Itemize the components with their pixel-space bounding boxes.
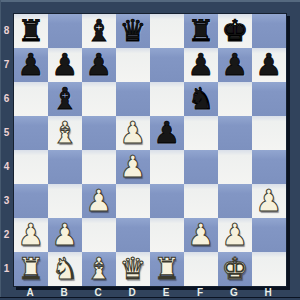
piece-white-queen[interactable]: ♛ — [120, 254, 147, 284]
piece-black-rook[interactable]: ♜ — [188, 16, 215, 46]
square-f1[interactable] — [184, 252, 218, 286]
square-g6[interactable] — [218, 82, 252, 116]
square-c1[interactable]: ♝ — [82, 252, 116, 286]
square-g5[interactable] — [218, 116, 252, 150]
square-a7[interactable]: ♟ — [14, 48, 48, 82]
piece-white-pawn[interactable]: ♟ — [120, 152, 147, 182]
square-e6[interactable] — [150, 82, 184, 116]
square-g2[interactable]: ♟ — [218, 218, 252, 252]
square-a1[interactable]: ♜ — [14, 252, 48, 286]
square-c8[interactable]: ♝ — [82, 14, 116, 48]
piece-white-pawn[interactable]: ♟ — [120, 118, 147, 148]
piece-black-pawn[interactable]: ♟ — [154, 118, 181, 148]
piece-black-pawn[interactable]: ♟ — [222, 50, 249, 80]
piece-white-bishop[interactable]: ♝ — [86, 254, 113, 284]
square-h3[interactable]: ♟ — [252, 184, 286, 218]
square-e7[interactable] — [150, 48, 184, 82]
square-h1[interactable] — [252, 252, 286, 286]
file-label-b: B — [47, 287, 81, 297]
square-h8[interactable] — [252, 14, 286, 48]
piece-white-pawn[interactable]: ♟ — [256, 186, 283, 216]
square-b4[interactable] — [48, 150, 82, 184]
square-b8[interactable] — [48, 14, 82, 48]
rank-label-2: 2 — [0, 217, 13, 251]
file-label-e: E — [149, 287, 183, 297]
square-d8[interactable]: ♛ — [116, 14, 150, 48]
square-g3[interactable] — [218, 184, 252, 218]
square-h7[interactable]: ♟ — [252, 48, 286, 82]
rank-label-8: 8 — [0, 13, 13, 47]
square-d2[interactable] — [116, 218, 150, 252]
piece-black-queen[interactable]: ♛ — [120, 16, 147, 46]
square-e8[interactable] — [150, 14, 184, 48]
window-top-highlight — [0, 0, 300, 2]
square-b7[interactable]: ♟ — [48, 48, 82, 82]
square-d1[interactable]: ♛ — [116, 252, 150, 286]
square-e5[interactable]: ♟ — [150, 116, 184, 150]
square-g1[interactable]: ♚ — [218, 252, 252, 286]
square-f5[interactable] — [184, 116, 218, 150]
square-f6[interactable]: ♞ — [184, 82, 218, 116]
square-f4[interactable] — [184, 150, 218, 184]
square-a2[interactable]: ♟ — [14, 218, 48, 252]
file-label-c: C — [81, 287, 115, 297]
piece-white-pawn[interactable]: ♟ — [86, 186, 113, 216]
rank-label-5: 5 — [0, 115, 13, 149]
square-h6[interactable] — [252, 82, 286, 116]
square-b3[interactable] — [48, 184, 82, 218]
chess-board-widget: ♜♝♛♜♚♟♟♟♟♟♟♝♞♝♟♟♟♟♟♟♟♟♟♜♞♝♛♜♚ 87654321 A… — [0, 0, 300, 300]
piece-black-king[interactable]: ♚ — [222, 16, 249, 46]
square-a4[interactable] — [14, 150, 48, 184]
square-d4[interactable]: ♟ — [116, 150, 150, 184]
square-a6[interactable] — [14, 82, 48, 116]
square-g4[interactable] — [218, 150, 252, 184]
piece-white-rook[interactable]: ♜ — [18, 254, 45, 284]
piece-black-pawn[interactable]: ♟ — [18, 50, 45, 80]
piece-black-pawn[interactable]: ♟ — [86, 50, 113, 80]
rank-label-1: 1 — [0, 251, 13, 285]
square-c4[interactable] — [82, 150, 116, 184]
square-h5[interactable] — [252, 116, 286, 150]
piece-black-pawn[interactable]: ♟ — [188, 50, 215, 80]
square-f2[interactable]: ♟ — [184, 218, 218, 252]
square-g7[interactable]: ♟ — [218, 48, 252, 82]
square-a8[interactable]: ♜ — [14, 14, 48, 48]
piece-black-pawn[interactable]: ♟ — [256, 50, 283, 80]
square-a5[interactable] — [14, 116, 48, 150]
square-c3[interactable]: ♟ — [82, 184, 116, 218]
file-label-g: G — [217, 287, 251, 297]
square-d5[interactable]: ♟ — [116, 116, 150, 150]
square-c2[interactable] — [82, 218, 116, 252]
rank-label-3: 3 — [0, 183, 13, 217]
square-h2[interactable] — [252, 218, 286, 252]
square-b5[interactable]: ♝ — [48, 116, 82, 150]
square-f3[interactable] — [184, 184, 218, 218]
piece-white-pawn[interactable]: ♟ — [188, 220, 215, 250]
rank-label-7: 7 — [0, 47, 13, 81]
piece-black-rook[interactable]: ♜ — [18, 16, 45, 46]
square-d7[interactable] — [116, 48, 150, 82]
square-e3[interactable] — [150, 184, 184, 218]
piece-white-king[interactable]: ♚ — [222, 254, 249, 284]
square-a3[interactable] — [14, 184, 48, 218]
file-label-h: H — [251, 287, 285, 297]
piece-black-pawn[interactable]: ♟ — [52, 50, 79, 80]
square-c5[interactable] — [82, 116, 116, 150]
file-label-f: F — [183, 287, 217, 297]
piece-white-rook[interactable]: ♜ — [154, 254, 181, 284]
square-e1[interactable]: ♜ — [150, 252, 184, 286]
square-f8[interactable]: ♜ — [184, 14, 218, 48]
piece-black-knight[interactable]: ♞ — [188, 84, 215, 114]
board: ♜♝♛♜♚♟♟♟♟♟♟♝♞♝♟♟♟♟♟♟♟♟♟♜♞♝♛♜♚ — [13, 13, 287, 287]
piece-black-bishop[interactable]: ♝ — [52, 84, 79, 114]
square-e2[interactable] — [150, 218, 184, 252]
piece-white-knight[interactable]: ♞ — [52, 254, 79, 284]
file-label-a: A — [13, 287, 47, 297]
file-label-d: D — [115, 287, 149, 297]
square-f7[interactable]: ♟ — [184, 48, 218, 82]
square-b6[interactable]: ♝ — [48, 82, 82, 116]
square-g8[interactable]: ♚ — [218, 14, 252, 48]
square-h4[interactable] — [252, 150, 286, 184]
square-c7[interactable]: ♟ — [82, 48, 116, 82]
piece-white-bishop[interactable]: ♝ — [52, 118, 79, 148]
piece-white-pawn[interactable]: ♟ — [18, 220, 45, 250]
square-b1[interactable]: ♞ — [48, 252, 82, 286]
square-d6[interactable] — [116, 82, 150, 116]
piece-white-pawn[interactable]: ♟ — [222, 220, 249, 250]
piece-white-pawn[interactable]: ♟ — [52, 220, 79, 250]
piece-black-bishop[interactable]: ♝ — [86, 16, 113, 46]
rank-label-6: 6 — [0, 81, 13, 115]
square-e4[interactable] — [150, 150, 184, 184]
square-c6[interactable] — [82, 82, 116, 116]
rank-label-4: 4 — [0, 149, 13, 183]
square-b2[interactable]: ♟ — [48, 218, 82, 252]
square-d3[interactable] — [116, 184, 150, 218]
